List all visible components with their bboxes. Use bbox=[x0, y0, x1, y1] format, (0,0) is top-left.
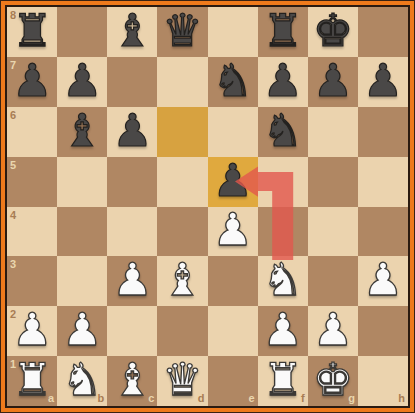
square-g8[interactable]: ♚ bbox=[308, 7, 358, 57]
piece-black-bishop[interactable]: ♝ bbox=[62, 108, 102, 153]
square-b3[interactable] bbox=[57, 256, 107, 306]
square-b5[interactable] bbox=[57, 157, 107, 207]
piece-white-rook[interactable]: ♜ bbox=[263, 357, 303, 402]
piece-white-pawn[interactable]: ♟ bbox=[112, 257, 152, 302]
square-b1[interactable]: b♞ bbox=[57, 356, 107, 406]
rank-label-4: 4 bbox=[10, 210, 16, 221]
piece-black-pawn[interactable]: ♟ bbox=[12, 58, 52, 103]
square-d6[interactable] bbox=[157, 107, 207, 157]
square-h6[interactable] bbox=[358, 107, 408, 157]
square-f2[interactable]: ♟ bbox=[258, 306, 308, 356]
square-g2[interactable]: ♟ bbox=[308, 306, 358, 356]
square-e2[interactable] bbox=[208, 306, 258, 356]
square-e6[interactable] bbox=[208, 107, 258, 157]
square-g1[interactable]: g♚ bbox=[308, 356, 358, 406]
square-g6[interactable] bbox=[308, 107, 358, 157]
square-f4[interactable] bbox=[258, 207, 308, 257]
piece-white-pawn[interactable]: ♟ bbox=[363, 257, 403, 302]
square-b4[interactable] bbox=[57, 207, 107, 257]
square-a7[interactable]: 7♟ bbox=[7, 57, 57, 107]
square-c4[interactable] bbox=[107, 207, 157, 257]
square-h2[interactable] bbox=[358, 306, 408, 356]
square-d8[interactable]: ♛ bbox=[157, 7, 207, 57]
square-a1[interactable]: 1a♜ bbox=[7, 356, 57, 406]
square-d5[interactable] bbox=[157, 157, 207, 207]
square-d2[interactable] bbox=[157, 306, 207, 356]
square-e4[interactable]: ♟ bbox=[208, 207, 258, 257]
square-f6[interactable]: ♞ bbox=[258, 107, 308, 157]
piece-white-knight[interactable]: ♞ bbox=[263, 257, 303, 302]
square-b2[interactable]: ♟ bbox=[57, 306, 107, 356]
rank-label-5: 5 bbox=[10, 160, 16, 171]
square-f8[interactable]: ♜ bbox=[258, 7, 308, 57]
square-d7[interactable] bbox=[157, 57, 207, 107]
square-f3[interactable]: ♞ bbox=[258, 256, 308, 306]
piece-black-queen[interactable]: ♛ bbox=[162, 8, 202, 53]
piece-white-knight[interactable]: ♞ bbox=[62, 357, 102, 402]
square-c3[interactable]: ♟ bbox=[107, 256, 157, 306]
square-e5[interactable]: ♟ bbox=[208, 157, 258, 207]
square-a6[interactable]: 6 bbox=[7, 107, 57, 157]
piece-black-bishop[interactable]: ♝ bbox=[112, 8, 152, 53]
square-f1[interactable]: f♜ bbox=[258, 356, 308, 406]
file-label-e: e bbox=[249, 393, 255, 404]
rank-label-3: 3 bbox=[10, 259, 16, 270]
square-f5[interactable] bbox=[258, 157, 308, 207]
square-c2[interactable] bbox=[107, 306, 157, 356]
square-g4[interactable] bbox=[308, 207, 358, 257]
square-e8[interactable] bbox=[208, 7, 258, 57]
piece-white-bishop[interactable]: ♝ bbox=[162, 257, 202, 302]
square-d3[interactable]: ♝ bbox=[157, 256, 207, 306]
square-a4[interactable]: 4 bbox=[7, 207, 57, 257]
piece-white-pawn[interactable]: ♟ bbox=[212, 207, 252, 252]
piece-white-bishop[interactable]: ♝ bbox=[112, 357, 152, 402]
square-g5[interactable] bbox=[308, 157, 358, 207]
square-a2[interactable]: 2♟ bbox=[7, 306, 57, 356]
square-b6[interactable]: ♝ bbox=[57, 107, 107, 157]
piece-white-queen[interactable]: ♛ bbox=[162, 357, 202, 402]
square-h7[interactable]: ♟ bbox=[358, 57, 408, 107]
file-label-h: h bbox=[398, 393, 405, 404]
board-frame: 8♜♝♛♜♚7♟♟♞♟♟♟6♝♟♞5♟4♟3♟♝♞♟2♟♟♟♟1a♜b♞c♝d♛… bbox=[0, 0, 415, 413]
square-b7[interactable]: ♟ bbox=[57, 57, 107, 107]
piece-white-pawn[interactable]: ♟ bbox=[12, 307, 52, 352]
square-d1[interactable]: d♛ bbox=[157, 356, 207, 406]
piece-black-king[interactable]: ♚ bbox=[313, 8, 353, 53]
piece-black-pawn[interactable]: ♟ bbox=[363, 58, 403, 103]
square-g3[interactable] bbox=[308, 256, 358, 306]
piece-white-pawn[interactable]: ♟ bbox=[313, 307, 353, 352]
rank-label-6: 6 bbox=[10, 110, 16, 121]
square-h8[interactable] bbox=[358, 7, 408, 57]
square-e7[interactable]: ♞ bbox=[208, 57, 258, 107]
board-grid: 8♜♝♛♜♚7♟♟♞♟♟♟6♝♟♞5♟4♟3♟♝♞♟2♟♟♟♟1a♜b♞c♝d♛… bbox=[7, 7, 408, 406]
square-h4[interactable] bbox=[358, 207, 408, 257]
square-c8[interactable]: ♝ bbox=[107, 7, 157, 57]
square-c5[interactable] bbox=[107, 157, 157, 207]
square-e3[interactable] bbox=[208, 256, 258, 306]
piece-white-pawn[interactable]: ♟ bbox=[263, 307, 303, 352]
square-f7[interactable]: ♟ bbox=[258, 57, 308, 107]
square-a5[interactable]: 5 bbox=[7, 157, 57, 207]
piece-black-rook[interactable]: ♜ bbox=[12, 8, 52, 53]
piece-black-pawn[interactable]: ♟ bbox=[313, 58, 353, 103]
piece-black-pawn[interactable]: ♟ bbox=[263, 58, 303, 103]
square-h1[interactable]: h bbox=[358, 356, 408, 406]
square-a3[interactable]: 3 bbox=[7, 256, 57, 306]
piece-black-pawn[interactable]: ♟ bbox=[112, 108, 152, 153]
piece-black-rook[interactable]: ♜ bbox=[263, 8, 303, 53]
square-g7[interactable]: ♟ bbox=[308, 57, 358, 107]
square-a8[interactable]: 8♜ bbox=[7, 7, 57, 57]
piece-black-pawn[interactable]: ♟ bbox=[212, 158, 252, 203]
piece-black-pawn[interactable]: ♟ bbox=[62, 58, 102, 103]
chess-board: 8♜♝♛♜♚7♟♟♞♟♟♟6♝♟♞5♟4♟3♟♝♞♟2♟♟♟♟1a♜b♞c♝d♛… bbox=[5, 5, 410, 408]
square-h3[interactable]: ♟ bbox=[358, 256, 408, 306]
square-b8[interactable] bbox=[57, 7, 107, 57]
square-h5[interactable] bbox=[358, 157, 408, 207]
square-c6[interactable]: ♟ bbox=[107, 107, 157, 157]
piece-black-knight[interactable]: ♞ bbox=[212, 58, 252, 103]
piece-white-rook[interactable]: ♜ bbox=[12, 357, 52, 402]
square-c1[interactable]: c♝ bbox=[107, 356, 157, 406]
square-d4[interactable] bbox=[157, 207, 207, 257]
square-c7[interactable] bbox=[107, 57, 157, 107]
piece-white-pawn[interactable]: ♟ bbox=[62, 307, 102, 352]
piece-black-knight[interactable]: ♞ bbox=[263, 108, 303, 153]
square-e1[interactable]: e bbox=[208, 356, 258, 406]
piece-white-king[interactable]: ♚ bbox=[313, 357, 353, 402]
